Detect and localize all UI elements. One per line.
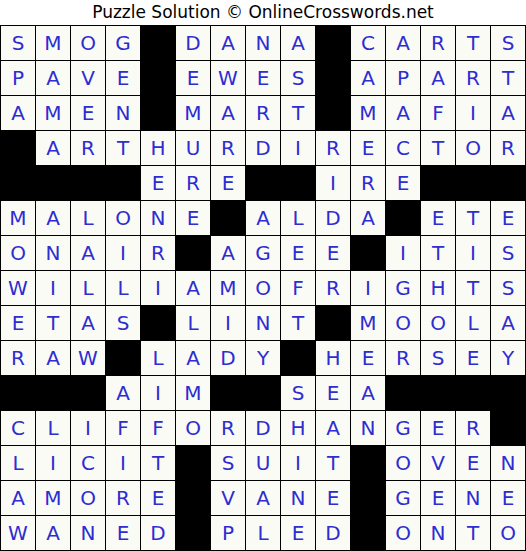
letter-cell: N <box>141 201 175 235</box>
letter-cell: R <box>246 96 280 130</box>
letter-cell: I <box>281 131 315 165</box>
letter-cell: T <box>281 96 315 130</box>
letter-cell: D <box>141 516 175 550</box>
letter-cell: E <box>246 61 280 95</box>
black-cell <box>141 61 175 95</box>
letter-cell: V <box>421 446 455 480</box>
letter-cell: G <box>246 236 280 270</box>
letter-cell: E <box>316 376 350 410</box>
letter-cell: I <box>456 96 490 130</box>
letter-cell: M <box>351 96 385 130</box>
letter-cell: S <box>491 26 525 60</box>
letter-cell: H <box>316 341 350 375</box>
black-cell <box>386 376 420 410</box>
letter-cell: O <box>71 481 105 515</box>
letter-cell: L <box>106 271 140 305</box>
letter-cell: E <box>176 61 210 95</box>
letter-cell: R <box>421 26 455 60</box>
black-cell <box>281 341 315 375</box>
black-cell <box>351 516 385 550</box>
letter-cell: C <box>71 446 105 480</box>
black-cell <box>421 376 455 410</box>
letter-cell: D <box>211 341 245 375</box>
letter-cell: O <box>386 306 420 340</box>
letter-cell: T <box>141 446 175 480</box>
letter-cell: S <box>281 376 315 410</box>
letter-cell: S <box>281 61 315 95</box>
letter-cell: N <box>281 481 315 515</box>
letter-cell: A <box>491 96 525 130</box>
letter-cell: A <box>36 201 70 235</box>
letter-cell: E <box>71 96 105 130</box>
letter-cell: O <box>491 516 525 550</box>
crossword-grid: SMOGDANACARTSPAVEEWESAPARTAMENMARTMAFIAA… <box>0 25 526 551</box>
letter-cell: A <box>211 236 245 270</box>
letter-cell: W <box>1 516 35 550</box>
letter-cell: R <box>386 341 420 375</box>
letter-cell: O <box>421 306 455 340</box>
letter-cell: D <box>316 201 350 235</box>
letter-cell: L <box>456 306 490 340</box>
letter-cell: M <box>211 271 245 305</box>
letter-cell: M <box>176 96 210 130</box>
black-cell <box>421 166 455 200</box>
letter-cell: N <box>421 516 455 550</box>
black-cell <box>71 376 105 410</box>
letter-cell: G <box>106 26 140 60</box>
black-cell <box>211 201 245 235</box>
letter-cell: Y <box>246 341 280 375</box>
letter-cell: M <box>176 376 210 410</box>
letter-cell: E <box>351 131 385 165</box>
letter-cell: E <box>456 341 490 375</box>
page-title: Puzzle Solution © OnlineCrosswords.net <box>0 0 526 25</box>
letter-cell: H <box>421 271 455 305</box>
letter-cell: P <box>1 61 35 95</box>
black-cell <box>1 166 35 200</box>
letter-cell: R <box>211 131 245 165</box>
letter-cell: M <box>36 481 70 515</box>
letter-cell: L <box>1 446 35 480</box>
letter-cell: E <box>421 411 455 445</box>
letter-cell: N <box>106 96 140 130</box>
black-cell <box>351 446 385 480</box>
letter-cell: D <box>316 516 350 550</box>
letter-cell: L <box>281 201 315 235</box>
letter-cell: I <box>351 271 385 305</box>
letter-cell: H <box>141 131 175 165</box>
black-cell <box>176 481 210 515</box>
black-cell <box>456 376 490 410</box>
letter-cell: C <box>1 411 35 445</box>
letter-cell: T <box>106 131 140 165</box>
letter-cell: E <box>421 201 455 235</box>
letter-cell: S <box>421 341 455 375</box>
letter-cell: R <box>176 166 210 200</box>
letter-cell: T <box>281 306 315 340</box>
letter-cell: A <box>176 341 210 375</box>
letter-cell: O <box>1 236 35 270</box>
letter-cell: A <box>351 61 385 95</box>
letter-cell: R <box>456 61 490 95</box>
black-cell <box>281 166 315 200</box>
letter-cell: O <box>106 201 140 235</box>
letter-cell: E <box>106 516 140 550</box>
letter-cell: A <box>211 96 245 130</box>
letter-cell: P <box>211 516 245 550</box>
letter-cell: E <box>491 481 525 515</box>
letter-cell: M <box>36 96 70 130</box>
letter-cell: L <box>176 306 210 340</box>
letter-cell: R <box>491 131 525 165</box>
letter-cell: N <box>71 516 105 550</box>
letter-cell: A <box>71 236 105 270</box>
letter-cell: T <box>421 131 455 165</box>
letter-cell: A <box>421 61 455 95</box>
letter-cell: I <box>141 271 175 305</box>
letter-cell: D <box>246 411 280 445</box>
black-cell <box>1 376 35 410</box>
letter-cell: I <box>36 446 70 480</box>
letter-cell: U <box>246 446 280 480</box>
letter-cell: A <box>1 481 35 515</box>
letter-cell: O <box>246 271 280 305</box>
letter-cell: A <box>281 26 315 60</box>
letter-cell: O <box>386 516 420 550</box>
letter-cell: L <box>246 516 280 550</box>
black-cell <box>106 341 140 375</box>
letter-cell: E <box>281 236 315 270</box>
letter-cell: O <box>456 131 490 165</box>
letter-cell: A <box>316 411 350 445</box>
letter-cell: E <box>316 236 350 270</box>
letter-cell: D <box>246 131 280 165</box>
letter-cell: I <box>36 271 70 305</box>
letter-cell: N <box>351 411 385 445</box>
letter-cell: R <box>106 481 140 515</box>
letter-cell: E <box>491 201 525 235</box>
letter-cell: T <box>421 236 455 270</box>
black-cell <box>386 201 420 235</box>
letter-cell: A <box>1 96 35 130</box>
letter-cell: T <box>456 516 490 550</box>
letter-cell: I <box>316 166 350 200</box>
black-cell <box>351 481 385 515</box>
letter-cell: V <box>211 481 245 515</box>
letter-cell: L <box>71 271 105 305</box>
letter-cell: I <box>141 376 175 410</box>
black-cell <box>316 96 350 130</box>
letter-cell: N <box>491 446 525 480</box>
letter-cell: E <box>421 481 455 515</box>
black-cell <box>211 376 245 410</box>
letter-cell: T <box>36 306 70 340</box>
letter-cell: T <box>316 446 350 480</box>
letter-cell: I <box>211 306 245 340</box>
black-cell <box>1 131 35 165</box>
letter-cell: D <box>176 26 210 60</box>
black-cell <box>176 446 210 480</box>
black-cell <box>316 26 350 60</box>
letter-cell: Y <box>491 341 525 375</box>
letter-cell: A <box>491 306 525 340</box>
letter-cell: R <box>456 411 490 445</box>
letter-cell: A <box>386 26 420 60</box>
letter-cell: W <box>211 61 245 95</box>
letter-cell: G <box>386 271 420 305</box>
black-cell <box>491 411 525 445</box>
letter-cell: F <box>421 96 455 130</box>
black-cell <box>351 236 385 270</box>
letter-cell: N <box>36 236 70 270</box>
letter-cell: A <box>71 306 105 340</box>
black-cell <box>36 376 70 410</box>
black-cell <box>246 376 280 410</box>
letter-cell: R <box>211 411 245 445</box>
letter-cell: I <box>386 236 420 270</box>
letter-cell: A <box>36 516 70 550</box>
letter-cell: G <box>386 411 420 445</box>
black-cell <box>106 166 140 200</box>
black-cell <box>316 306 350 340</box>
letter-cell: R <box>141 236 175 270</box>
letter-cell: O <box>71 26 105 60</box>
letter-cell: I <box>281 446 315 480</box>
letter-cell: E <box>351 341 385 375</box>
letter-cell: E <box>211 166 245 200</box>
letter-cell: I <box>106 446 140 480</box>
letter-cell: R <box>71 131 105 165</box>
letter-cell: A <box>36 131 70 165</box>
letter-cell: G <box>386 481 420 515</box>
letter-cell: E <box>456 446 490 480</box>
black-cell <box>176 516 210 550</box>
black-cell <box>491 376 525 410</box>
letter-cell: E <box>316 481 350 515</box>
letter-cell: E <box>141 166 175 200</box>
letter-cell: E <box>281 516 315 550</box>
letter-cell: A <box>246 481 280 515</box>
letter-cell: M <box>351 306 385 340</box>
black-cell <box>246 166 280 200</box>
letter-cell: E <box>106 61 140 95</box>
letter-cell: I <box>71 411 105 445</box>
letter-cell: A <box>211 26 245 60</box>
black-cell <box>141 306 175 340</box>
letter-cell: R <box>351 166 385 200</box>
letter-cell: C <box>351 26 385 60</box>
black-cell <box>491 166 525 200</box>
letter-cell: N <box>246 26 280 60</box>
letter-cell: F <box>141 411 175 445</box>
letter-cell: N <box>456 481 490 515</box>
letter-cell: S <box>491 236 525 270</box>
letter-cell: C <box>386 131 420 165</box>
letter-cell: R <box>1 341 35 375</box>
letter-cell: S <box>1 26 35 60</box>
letter-cell: L <box>71 201 105 235</box>
letter-cell: E <box>141 481 175 515</box>
letter-cell: A <box>246 201 280 235</box>
letter-cell: H <box>281 411 315 445</box>
black-cell <box>141 96 175 130</box>
letter-cell: E <box>386 166 420 200</box>
black-cell <box>176 236 210 270</box>
black-cell <box>36 166 70 200</box>
black-cell <box>316 61 350 95</box>
letter-cell: T <box>456 201 490 235</box>
letter-cell: U <box>176 131 210 165</box>
letter-cell: A <box>106 376 140 410</box>
letter-cell: E <box>176 201 210 235</box>
letter-cell: A <box>36 341 70 375</box>
letter-cell: N <box>246 306 280 340</box>
letter-cell: S <box>106 306 140 340</box>
letter-cell: W <box>71 341 105 375</box>
letter-cell: T <box>456 26 490 60</box>
letter-cell: I <box>106 236 140 270</box>
letter-cell: L <box>141 341 175 375</box>
letter-cell: A <box>351 376 385 410</box>
letter-cell: W <box>1 271 35 305</box>
puzzle-solution-page: Puzzle Solution © OnlineCrosswords.net S… <box>0 0 526 551</box>
letter-cell: F <box>106 411 140 445</box>
letter-cell: P <box>386 61 420 95</box>
letter-cell: R <box>316 271 350 305</box>
letter-cell: A <box>351 201 385 235</box>
black-cell <box>456 166 490 200</box>
letter-cell: A <box>36 61 70 95</box>
black-cell <box>71 166 105 200</box>
letter-cell: V <box>71 61 105 95</box>
letter-cell: E <box>1 306 35 340</box>
letter-cell: R <box>316 131 350 165</box>
letter-cell: O <box>176 411 210 445</box>
letter-cell: L <box>36 411 70 445</box>
letter-cell: F <box>281 271 315 305</box>
letter-cell: M <box>1 201 35 235</box>
letter-cell: M <box>36 26 70 60</box>
letter-cell: A <box>386 96 420 130</box>
letter-cell: S <box>491 271 525 305</box>
letter-cell: A <box>176 271 210 305</box>
black-cell <box>141 26 175 60</box>
letter-cell: O <box>386 446 420 480</box>
letter-cell: S <box>211 446 245 480</box>
letter-cell: I <box>456 236 490 270</box>
letter-cell: T <box>491 61 525 95</box>
letter-cell: T <box>456 271 490 305</box>
